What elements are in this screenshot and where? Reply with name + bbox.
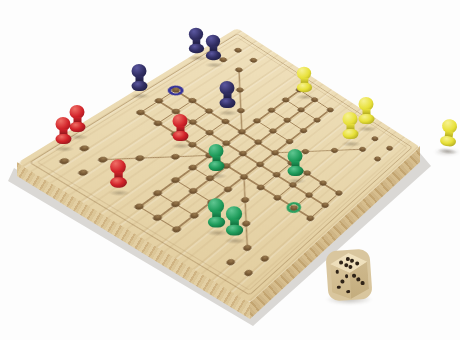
die-pip [345,274,349,278]
peg-base [358,114,374,124]
scene [0,0,460,340]
peg-yellow[interactable] [342,112,359,145]
peg-blue[interactable] [131,64,148,97]
peg-base [207,217,224,228]
die-pip [356,277,360,281]
peg-red[interactable] [55,117,72,150]
peg-base [296,83,311,93]
peg-base [172,131,188,141]
peg-blue[interactable] [219,81,236,114]
peg-base [219,98,235,108]
peg-base [287,166,303,176]
peg-red[interactable] [172,114,189,147]
peg-base [205,51,220,61]
peg-green[interactable] [207,198,225,234]
peg-base [439,135,456,147]
die-pip [346,290,350,294]
die-pip [345,257,349,261]
peg-base [55,134,71,144]
peg-yellow[interactable] [296,67,312,98]
peg-base [208,161,224,171]
peg-green[interactable] [225,206,243,242]
pegs-layer [0,0,460,340]
peg-blue[interactable] [188,28,204,59]
peg-green[interactable] [208,144,225,177]
die-pip [361,281,365,285]
peg-base [131,81,147,91]
peg-red[interactable] [109,159,127,194]
peg-base [225,225,242,236]
peg-base [188,44,203,54]
peg-green[interactable] [287,149,304,182]
peg-blue[interactable] [205,35,221,66]
peg-yellow[interactable] [438,118,459,153]
peg-base [342,129,358,139]
die[interactable] [325,249,372,302]
die-pip [344,263,348,267]
peg-yellow[interactable] [358,97,375,130]
peg-base [110,177,127,188]
die-pip [352,274,356,278]
die-pip [355,261,359,265]
